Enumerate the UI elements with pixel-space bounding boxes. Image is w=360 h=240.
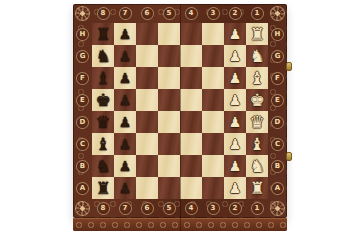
square-d6[interactable]: [136, 111, 158, 133]
square-f7[interactable]: ♟: [114, 67, 136, 89]
square-h8[interactable]: ♜: [92, 23, 114, 45]
square-g7[interactable]: ♟: [114, 45, 136, 67]
square-b4[interactable]: [180, 155, 202, 177]
corner-rosette: [270, 201, 285, 216]
square-g3[interactable]: [202, 45, 224, 67]
piece-white-pawn: ♟: [229, 45, 242, 67]
square-h6[interactable]: [136, 23, 158, 45]
coordinate-top-2: 2: [229, 7, 242, 20]
coordinate-bottom-6: 6: [141, 202, 154, 215]
coordinate-left-F: F: [76, 72, 89, 85]
square-f6[interactable]: [136, 67, 158, 89]
square-f1[interactable]: ♝: [246, 67, 268, 89]
square-g2[interactable]: ♟: [224, 45, 246, 67]
square-b8[interactable]: ♞: [92, 155, 114, 177]
piece-black-pawn: ♟: [119, 177, 132, 199]
coordinate-bottom-4: 4: [185, 202, 198, 215]
square-e8[interactable]: ♚: [92, 89, 114, 111]
square-a4[interactable]: [180, 177, 202, 199]
square-a6[interactable]: [136, 177, 158, 199]
coordinate-left-D: D: [76, 116, 89, 129]
piece-black-pawn: ♟: [119, 155, 132, 177]
square-c5[interactable]: [158, 133, 180, 155]
piece-black-queen: ♛: [95, 111, 110, 133]
square-e1[interactable]: ♚: [246, 89, 268, 111]
square-f5[interactable]: [158, 67, 180, 89]
square-d4[interactable]: [180, 111, 202, 133]
square-b7[interactable]: ♟: [114, 155, 136, 177]
square-h4[interactable]: [180, 23, 202, 45]
board-skirt: [73, 218, 287, 231]
brass-clasp-icon: [286, 152, 292, 161]
square-b5[interactable]: [158, 155, 180, 177]
coordinate-right-C: C: [271, 138, 284, 151]
piece-white-pawn: ♟: [229, 155, 242, 177]
square-a8[interactable]: ♜: [92, 177, 114, 199]
piece-black-pawn: ♟: [119, 67, 132, 89]
coordinate-right-F: F: [271, 72, 284, 85]
piece-white-rook: ♜: [249, 23, 264, 45]
photo-scene: 87654321H♜♟♟♜HG♞♟♟♞GF♝♟♟♝FE♚♟♟♚ED♛♟♟♛DC♝…: [0, 0, 360, 240]
square-d7[interactable]: ♟: [114, 111, 136, 133]
square-g6[interactable]: [136, 45, 158, 67]
coordinate-left-A: A: [76, 182, 89, 195]
coordinate-right-G: G: [271, 50, 284, 63]
piece-white-bishop: ♝: [249, 133, 264, 155]
coordinate-left-H: H: [76, 28, 89, 41]
chess-set: 87654321H♜♟♟♜HG♞♟♟♞GF♝♟♟♝FE♚♟♟♚ED♛♟♟♛DC♝…: [73, 4, 287, 231]
corner-rosette: [75, 6, 90, 21]
piece-white-rook: ♜: [249, 177, 264, 199]
square-c6[interactable]: [136, 133, 158, 155]
piece-white-pawn: ♟: [229, 111, 242, 133]
square-d8[interactable]: ♛: [92, 111, 114, 133]
square-c8[interactable]: ♝: [92, 133, 114, 155]
piece-black-bishop: ♝: [95, 133, 110, 155]
square-c1[interactable]: ♝: [246, 133, 268, 155]
square-f3[interactable]: [202, 67, 224, 89]
square-c2[interactable]: ♟: [224, 133, 246, 155]
square-c3[interactable]: [202, 133, 224, 155]
square-g4[interactable]: [180, 45, 202, 67]
piece-white-pawn: ♟: [229, 23, 242, 45]
piece-black-rook: ♜: [95, 177, 110, 199]
square-a5[interactable]: [158, 177, 180, 199]
square-f8[interactable]: ♝: [92, 67, 114, 89]
corner-rosette: [75, 201, 90, 216]
square-c4[interactable]: [180, 133, 202, 155]
square-d3[interactable]: [202, 111, 224, 133]
coordinate-bottom-1: 1: [251, 202, 264, 215]
coordinate-top-3: 3: [207, 7, 220, 20]
square-h1[interactable]: ♜: [246, 23, 268, 45]
square-b2[interactable]: ♟: [224, 155, 246, 177]
piece-white-bishop: ♝: [249, 67, 264, 89]
piece-white-knight: ♞: [249, 45, 264, 67]
coordinate-bottom-3: 3: [207, 202, 220, 215]
square-g8[interactable]: ♞: [92, 45, 114, 67]
piece-white-pawn: ♟: [229, 67, 242, 89]
square-b3[interactable]: [202, 155, 224, 177]
coordinate-right-E: E: [271, 94, 284, 107]
coordinate-top-1: 1: [251, 7, 264, 20]
square-d1[interactable]: ♛: [246, 111, 268, 133]
coordinate-left-B: B: [76, 160, 89, 173]
square-e4[interactable]: [180, 89, 202, 111]
coordinate-right-B: B: [271, 160, 284, 173]
square-d5[interactable]: [158, 111, 180, 133]
square-g1[interactable]: ♞: [246, 45, 268, 67]
piece-black-knight: ♞: [95, 45, 110, 67]
coordinate-top-8: 8: [97, 7, 110, 20]
square-e7[interactable]: ♟: [114, 89, 136, 111]
piece-white-pawn: ♟: [229, 177, 242, 199]
piece-black-rook: ♜: [95, 23, 110, 45]
coordinate-right-H: H: [271, 28, 284, 41]
square-g5[interactable]: [158, 45, 180, 67]
square-e2[interactable]: ♟: [224, 89, 246, 111]
piece-black-pawn: ♟: [119, 111, 132, 133]
square-h2[interactable]: ♟: [224, 23, 246, 45]
piece-black-pawn: ♟: [119, 45, 132, 67]
chess-board: 87654321H♜♟♟♜HG♞♟♟♞GF♝♟♟♝FE♚♟♟♚ED♛♟♟♛DC♝…: [73, 4, 287, 218]
coordinate-top-7: 7: [119, 7, 132, 20]
corner-rosette: [270, 6, 285, 21]
coordinate-right-D: D: [271, 116, 284, 129]
coordinate-top-6: 6: [141, 7, 154, 20]
coordinate-left-G: G: [76, 50, 89, 63]
piece-white-pawn: ♟: [229, 133, 242, 155]
piece-white-knight: ♞: [249, 155, 264, 177]
square-b1[interactable]: ♞: [246, 155, 268, 177]
coordinate-bottom-5: 5: [163, 202, 176, 215]
piece-black-king: ♚: [95, 89, 110, 111]
square-h3[interactable]: [202, 23, 224, 45]
coordinate-top-4: 4: [185, 7, 198, 20]
square-h7[interactable]: ♟: [114, 23, 136, 45]
square-e5[interactable]: [158, 89, 180, 111]
piece-white-pawn: ♟: [229, 89, 242, 111]
piece-white-king: ♚: [249, 89, 264, 111]
square-c7[interactable]: ♟: [114, 133, 136, 155]
square-d2[interactable]: ♟: [224, 111, 246, 133]
coordinate-bottom-7: 7: [119, 202, 132, 215]
square-f2[interactable]: ♟: [224, 67, 246, 89]
square-b6[interactable]: [136, 155, 158, 177]
piece-black-pawn: ♟: [119, 89, 132, 111]
coordinate-bottom-8: 8: [97, 202, 110, 215]
coordinate-left-E: E: [76, 94, 89, 107]
brass-clasp-icon: [286, 62, 292, 71]
piece-white-queen: ♛: [249, 111, 264, 133]
square-a7[interactable]: ♟: [114, 177, 136, 199]
piece-black-knight: ♞: [95, 155, 110, 177]
square-a1[interactable]: ♜: [246, 177, 268, 199]
square-h5[interactable]: [158, 23, 180, 45]
square-f4[interactable]: [180, 67, 202, 89]
coordinate-top-5: 5: [163, 7, 176, 20]
square-e3[interactable]: [202, 89, 224, 111]
coordinate-right-A: A: [271, 182, 284, 195]
coordinate-bottom-2: 2: [229, 202, 242, 215]
piece-black-pawn: ♟: [119, 133, 132, 155]
square-a2[interactable]: ♟: [224, 177, 246, 199]
square-a3[interactable]: [202, 177, 224, 199]
piece-black-bishop: ♝: [95, 67, 110, 89]
piece-black-pawn: ♟: [119, 23, 132, 45]
coordinate-left-C: C: [76, 138, 89, 151]
square-e6[interactable]: [136, 89, 158, 111]
